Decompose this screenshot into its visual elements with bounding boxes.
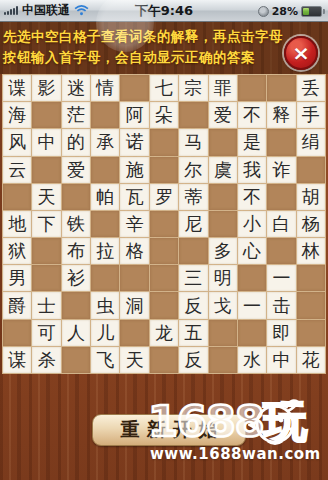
- grid-cell-r3c1[interactable]: 风: [3, 129, 31, 155]
- grid-cell-r8c6[interactable]: [150, 265, 178, 291]
- instruction-line-1: 先选中空白格子查看词条的解释，再点击字母: [3, 26, 288, 47]
- grid-cell-r6c3[interactable]: 铁: [62, 211, 90, 237]
- grid-cell-r4c4[interactable]: [91, 157, 119, 183]
- status-bar: 中国联通 下午9:46 28%: [0, 0, 328, 22]
- close-icon: ×: [292, 43, 310, 63]
- grid-cell-r5c1[interactable]: [3, 184, 31, 210]
- grid-cell-r11c6[interactable]: [150, 347, 178, 373]
- grid-cell-r6c10[interactable]: 白: [267, 211, 295, 237]
- grid-cell-r1c2[interactable]: 影: [32, 75, 60, 101]
- grid-cell-r7c11[interactable]: 林: [297, 238, 325, 264]
- grid-cell-r8c2[interactable]: [32, 265, 60, 291]
- grid-cell-r10c5[interactable]: [120, 320, 148, 346]
- grid-cell-r5c10[interactable]: [267, 184, 295, 210]
- grid-cell-r4c3[interactable]: 爱: [62, 157, 90, 183]
- grid-cell-r7c3[interactable]: 布: [62, 238, 90, 264]
- grid-cell-r9c2[interactable]: 士: [32, 292, 60, 318]
- grid-cell-r2c9[interactable]: 不: [238, 102, 266, 128]
- grid-cell-r10c7[interactable]: 五: [179, 320, 207, 346]
- grid-cell-r8c4[interactable]: [91, 265, 119, 291]
- grid-cell-r9c5[interactable]: 洞: [120, 292, 148, 318]
- grid-cell-r4c9[interactable]: 我: [238, 157, 266, 183]
- grid-cell-r7c8[interactable]: 多: [209, 238, 237, 264]
- grid-cell-r9c11[interactable]: [297, 292, 325, 318]
- grid-cell-r2c2[interactable]: [32, 102, 60, 128]
- mascot-chick-icon: [248, 394, 304, 452]
- grid-cell-r11c1[interactable]: 谋: [3, 347, 31, 373]
- close-instruction-button[interactable]: ×: [284, 36, 318, 70]
- grid-cell-r9c9[interactable]: 一: [238, 292, 266, 318]
- grid-cell-r2c6[interactable]: 朵: [150, 102, 178, 128]
- grid-cell-r10c1[interactable]: [3, 320, 31, 346]
- grid-cell-r10c6[interactable]: 龙: [150, 320, 178, 346]
- grid-cell-r5c2[interactable]: 天: [32, 184, 60, 210]
- grid-cell-r2c11[interactable]: 手: [297, 102, 325, 128]
- grid-cell-r5c4[interactable]: 帕: [91, 184, 119, 210]
- grid-cell-r6c11[interactable]: 杨: [297, 211, 325, 237]
- grid-cell-r6c1[interactable]: 地: [3, 211, 31, 237]
- grid-cell-r4c8[interactable]: 虞: [209, 157, 237, 183]
- grid-cell-r1c7[interactable]: 宗: [179, 75, 207, 101]
- grid-cell-r6c4[interactable]: [91, 211, 119, 237]
- grid-cell-r3c3[interactable]: 的: [62, 129, 90, 155]
- grid-cell-r3c7[interactable]: 马: [179, 129, 207, 155]
- grid-cell-r5c3[interactable]: [62, 184, 90, 210]
- grid-cell-r2c10[interactable]: 释: [267, 102, 295, 128]
- grid-cell-r9c3[interactable]: [62, 292, 90, 318]
- grid-cell-r7c4[interactable]: 拉: [91, 238, 119, 264]
- grid-cell-r10c10[interactable]: 即: [267, 320, 295, 346]
- grid-cell-r11c4[interactable]: 飞: [91, 347, 119, 373]
- grid-cell-r3c2[interactable]: 中: [32, 129, 60, 155]
- grid-cell-r5c11[interactable]: 胡: [297, 184, 325, 210]
- grid-cell-r1c9[interactable]: [238, 75, 266, 101]
- grid-cell-r9c1[interactable]: 爵: [3, 292, 31, 318]
- grid-cell-r3c5[interactable]: 诺: [120, 129, 148, 155]
- grid-cell-r11c7[interactable]: 反: [179, 347, 207, 373]
- grid-cell-r4c6[interactable]: [150, 157, 178, 183]
- grid-cell-r3c8[interactable]: [209, 129, 237, 155]
- grid-cell-r7c9[interactable]: 心: [238, 238, 266, 264]
- grid-cell-r6c7[interactable]: 尼: [179, 211, 207, 237]
- grid-cell-r11c8[interactable]: [209, 347, 237, 373]
- grid-cell-r10c3[interactable]: 人: [62, 320, 90, 346]
- grid-cell-r2c3[interactable]: 茫: [62, 102, 90, 128]
- battery-percent-label: 28%: [272, 5, 298, 18]
- grid-cell-r4c2[interactable]: [32, 157, 60, 183]
- grid-cell-r6c5[interactable]: 辛: [120, 211, 148, 237]
- grid-cell-r4c5[interactable]: 施: [120, 157, 148, 183]
- grid-cell-r1c3[interactable]: 迷: [62, 75, 90, 101]
- grid-cell-r8c11[interactable]: [297, 265, 325, 291]
- grid-cell-r4c11[interactable]: [297, 157, 325, 183]
- grid-cell-r10c11[interactable]: [297, 320, 325, 346]
- grid-cell-r7c1[interactable]: 狱: [3, 238, 31, 264]
- grid-cell-r6c2[interactable]: 下: [32, 211, 60, 237]
- grid-cell-r4c1[interactable]: 云: [3, 157, 31, 183]
- grid-cell-r8c7[interactable]: 三: [179, 265, 207, 291]
- crossword-board: 谍影迷情七宗罪丢海茫阿朵爱不释手风中的承诺马是绢云爱施尔虞我诈天帕瓦罗蒂不胡地下…: [2, 74, 326, 374]
- grid-cell-r11c11[interactable]: 花: [297, 347, 325, 373]
- grid-cell-r7c5[interactable]: 格: [120, 238, 148, 264]
- grid-cell-r3c10[interactable]: [267, 129, 295, 155]
- grid-cell-r9c4[interactable]: 虫: [91, 292, 119, 318]
- grid-cell-r9c6[interactable]: [150, 292, 178, 318]
- rotation-lock-icon: [258, 6, 269, 17]
- grid-cell-r3c11[interactable]: 绢: [297, 129, 325, 155]
- grid-cell-r3c4[interactable]: 承: [91, 129, 119, 155]
- grid-cell-r2c7[interactable]: [179, 102, 207, 128]
- grid-cell-r2c4[interactable]: [91, 102, 119, 128]
- grid-cell-r11c10[interactable]: 中: [267, 347, 295, 373]
- grid-cell-r11c2[interactable]: 杀: [32, 347, 60, 373]
- grid-cell-r9c8[interactable]: 戈: [209, 292, 237, 318]
- grid-cell-r2c1[interactable]: 海: [3, 102, 31, 128]
- grid-cell-r4c10[interactable]: 诈: [267, 157, 295, 183]
- grid-cell-r8c10[interactable]: 一: [267, 265, 295, 291]
- grid-cell-r1c11[interactable]: 丢: [297, 75, 325, 101]
- grid-cell-r10c4[interactable]: 儿: [91, 320, 119, 346]
- grid-cell-r1c6[interactable]: 七: [150, 75, 178, 101]
- grid-cell-r8c5[interactable]: [120, 265, 148, 291]
- grid-cell-r5c6[interactable]: 罗: [150, 184, 178, 210]
- grid-cell-r11c9[interactable]: 水: [238, 347, 266, 373]
- grid-cell-r7c2[interactable]: [32, 238, 60, 264]
- grid-cell-r5c5[interactable]: 瓦: [120, 184, 148, 210]
- grid-cell-r2c5[interactable]: 阿: [120, 102, 148, 128]
- instruction-banner: 先选中空白格子查看词条的解释，再点击字母 按钮输入首字母，会自动显示正确的答案: [0, 22, 328, 74]
- grid-cell-r8c9[interactable]: [238, 265, 266, 291]
- grid-cell-r5c8[interactable]: [209, 184, 237, 210]
- grid-cell-r1c5[interactable]: [120, 75, 148, 101]
- grid-cell-r4c7[interactable]: 尔: [179, 157, 207, 183]
- grid-cell-r10c9[interactable]: [238, 320, 266, 346]
- grid-cell-r9c10[interactable]: 击: [267, 292, 295, 318]
- grid-cell-r1c1[interactable]: 谍: [3, 75, 31, 101]
- grid-cell-r8c8[interactable]: 明: [209, 265, 237, 291]
- grid-cell-r8c3[interactable]: 衫: [62, 265, 90, 291]
- grid-cell-r6c6[interactable]: [150, 211, 178, 237]
- grid-cell-r1c4[interactable]: 情: [91, 75, 119, 101]
- grid-cell-r6c8[interactable]: [209, 211, 237, 237]
- grid-cell-r10c2[interactable]: 可: [32, 320, 60, 346]
- grid-cell-r9c7[interactable]: 反: [179, 292, 207, 318]
- grid-cell-r7c7[interactable]: [179, 238, 207, 264]
- restart-button[interactable]: 重新开始: [92, 414, 246, 446]
- battery-icon: [301, 6, 322, 17]
- grid-cell-r3c9[interactable]: 是: [238, 129, 266, 155]
- grid-cell-r10c8[interactable]: [209, 320, 237, 346]
- grid-cell-r2c8[interactable]: 爱: [209, 102, 237, 128]
- grid-cell-r7c10[interactable]: [267, 238, 295, 264]
- instruction-line-2: 按钮输入首字母，会自动显示正确的答案: [3, 47, 288, 68]
- grid-cell-r1c8[interactable]: 罪: [209, 75, 237, 101]
- grid-cell-r5c9[interactable]: 不: [238, 184, 266, 210]
- grid-cell-r11c3[interactable]: [62, 347, 90, 373]
- grid-cell-r1c10[interactable]: [267, 75, 295, 101]
- watermark-url: www.1688wan.com: [150, 445, 321, 463]
- grid-cell-r7c6[interactable]: [150, 238, 178, 264]
- grid-cell-r5c7[interactable]: 蒂: [179, 184, 207, 210]
- grid-cell-r8c1[interactable]: 男: [3, 265, 31, 291]
- grid-cell-r11c5[interactable]: 天: [120, 347, 148, 373]
- grid-cell-r3c6[interactable]: [150, 129, 178, 155]
- grid-cell-r6c9[interactable]: 小: [238, 211, 266, 237]
